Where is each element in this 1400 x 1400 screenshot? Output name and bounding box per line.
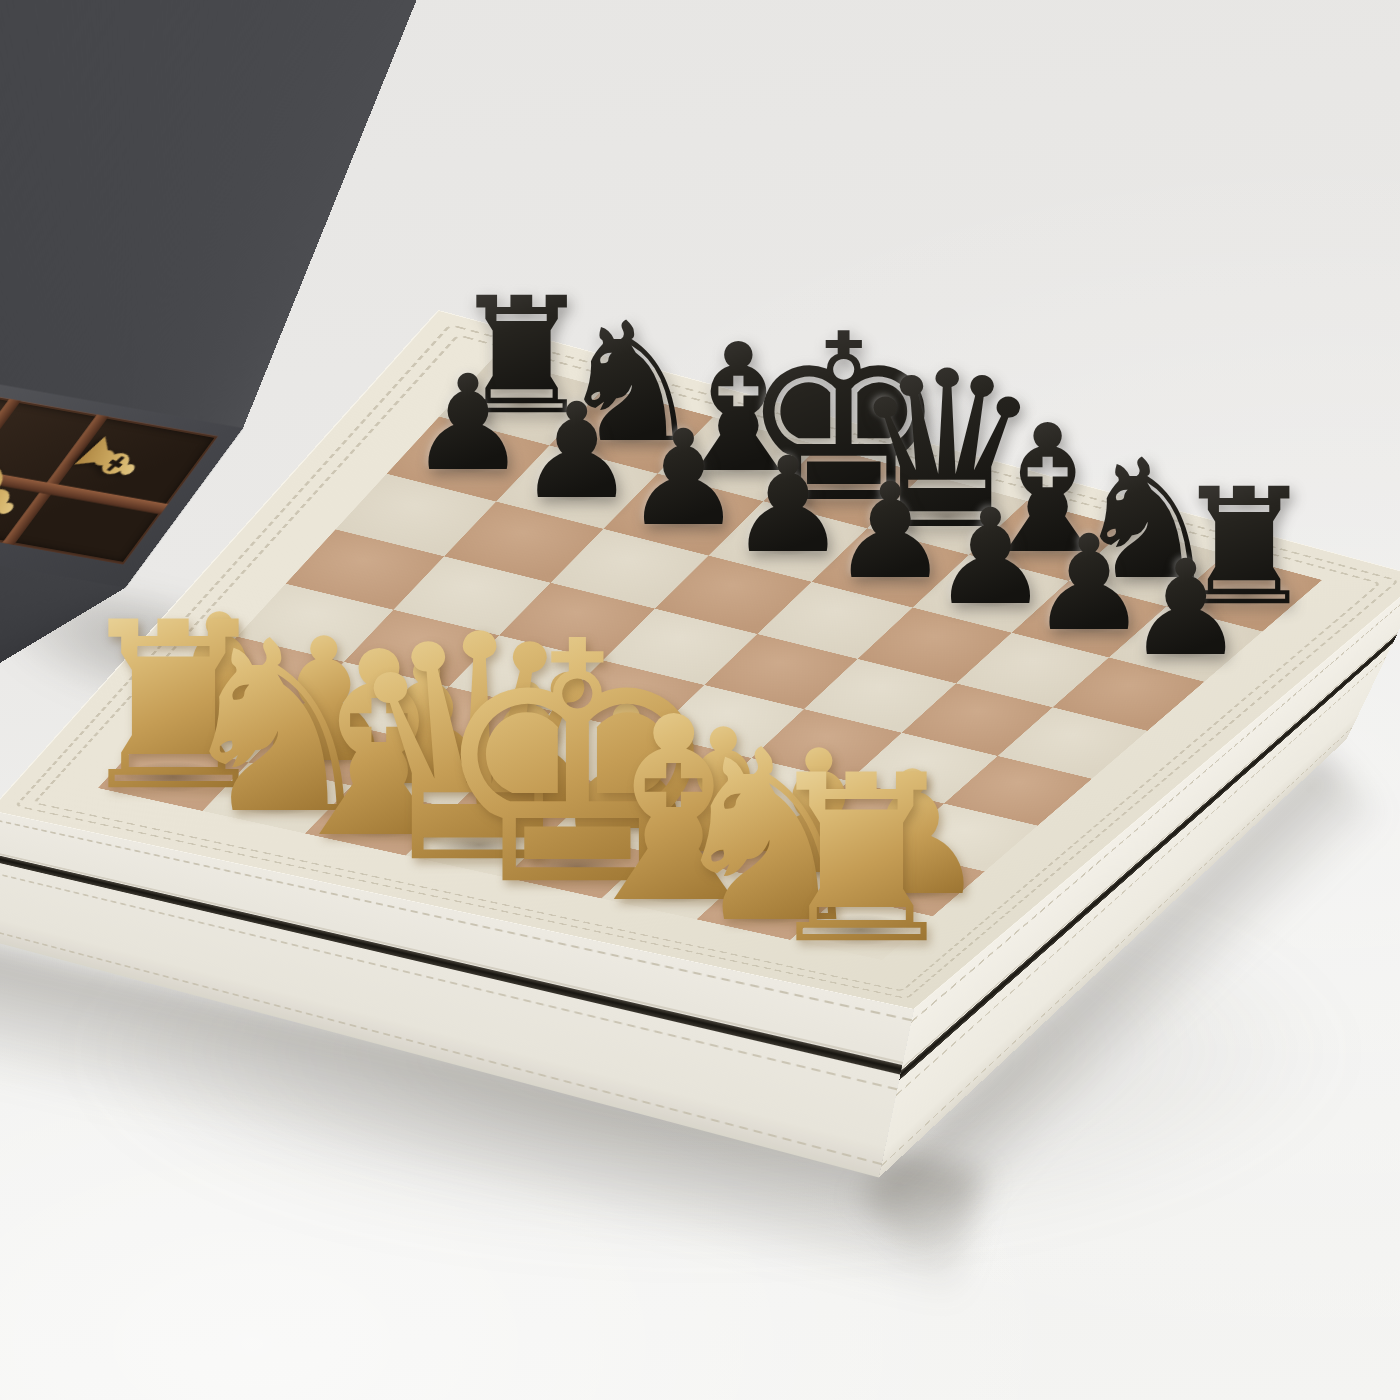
piece-black-pawn[interactable]: ♟: [409, 357, 527, 489]
piece-layer: ♜♞♝♚♛♝♞♜♟♟♟♟♟♟♟♟♟♟♟♟♟♟♟♟♜♞♝♛♚♝♞♜: [0, 0, 1400, 1400]
piece-black-pawn[interactable]: ♟: [624, 412, 742, 544]
piece-white-rook[interactable]: ♜: [758, 745, 965, 976]
piece-black-pawn[interactable]: ♟: [729, 439, 847, 571]
piece-black-pawn[interactable]: ♟: [518, 385, 636, 517]
piece-black-pawn[interactable]: ♟: [1126, 542, 1244, 674]
